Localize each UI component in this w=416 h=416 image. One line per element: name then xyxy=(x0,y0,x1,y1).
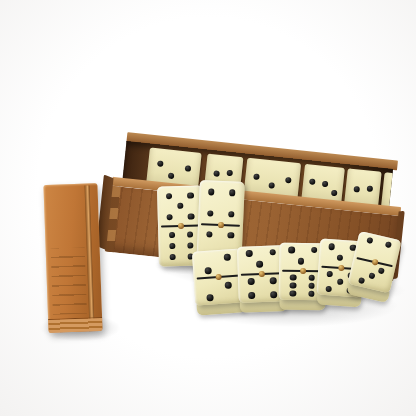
pip xyxy=(166,193,172,199)
pip xyxy=(169,232,175,238)
top-half xyxy=(198,180,245,225)
pip xyxy=(336,254,343,261)
pip xyxy=(184,165,191,172)
pip xyxy=(228,232,235,239)
pip xyxy=(366,185,373,192)
pip xyxy=(285,177,292,184)
pip xyxy=(328,243,335,250)
box-lid[interactable] xyxy=(43,183,102,333)
pip xyxy=(186,231,192,237)
pip xyxy=(321,181,328,188)
top-half xyxy=(157,185,203,226)
pip xyxy=(309,275,316,282)
pip xyxy=(270,291,277,298)
pip xyxy=(290,274,297,281)
pip xyxy=(169,254,175,260)
pip xyxy=(326,271,333,278)
pip xyxy=(290,282,297,289)
pip xyxy=(187,192,193,198)
pip xyxy=(158,160,165,167)
pip xyxy=(353,186,360,193)
scene xyxy=(0,0,416,416)
pip xyxy=(298,258,305,265)
pip xyxy=(366,237,373,244)
pip xyxy=(168,173,175,180)
pip xyxy=(311,247,318,254)
pip xyxy=(227,169,234,176)
pip xyxy=(331,189,338,196)
pip xyxy=(308,283,315,290)
pip xyxy=(358,277,365,284)
pip xyxy=(206,294,213,301)
pip xyxy=(378,268,385,275)
pip xyxy=(169,243,175,249)
pip xyxy=(256,261,263,268)
pip xyxy=(270,277,277,284)
pip xyxy=(308,290,315,297)
pip xyxy=(269,249,276,256)
pip xyxy=(253,173,260,180)
pip xyxy=(268,182,275,189)
pip xyxy=(166,214,172,220)
pip xyxy=(248,292,255,299)
pip xyxy=(177,203,183,209)
pip xyxy=(187,243,193,249)
pip xyxy=(206,231,213,238)
pip xyxy=(248,278,255,285)
pip xyxy=(225,282,232,289)
pip xyxy=(309,178,316,185)
brass-spinner xyxy=(300,268,306,274)
pip xyxy=(325,286,332,293)
pip xyxy=(208,189,215,196)
pip xyxy=(288,247,295,254)
pip xyxy=(289,290,296,297)
pip xyxy=(390,188,393,195)
pip xyxy=(228,211,235,218)
lid-end-grain xyxy=(48,317,102,333)
pip xyxy=(188,214,194,220)
pip xyxy=(368,272,375,279)
lid-wood-grain xyxy=(51,248,87,315)
box-domino-6[interactable] xyxy=(380,172,393,207)
brass-spinner xyxy=(177,223,183,229)
pip xyxy=(337,279,344,286)
pip xyxy=(224,254,231,261)
pip xyxy=(204,267,211,274)
pip xyxy=(229,189,236,196)
pip xyxy=(385,241,392,248)
pip xyxy=(246,250,253,257)
pip xyxy=(207,210,214,217)
pip xyxy=(213,171,220,178)
